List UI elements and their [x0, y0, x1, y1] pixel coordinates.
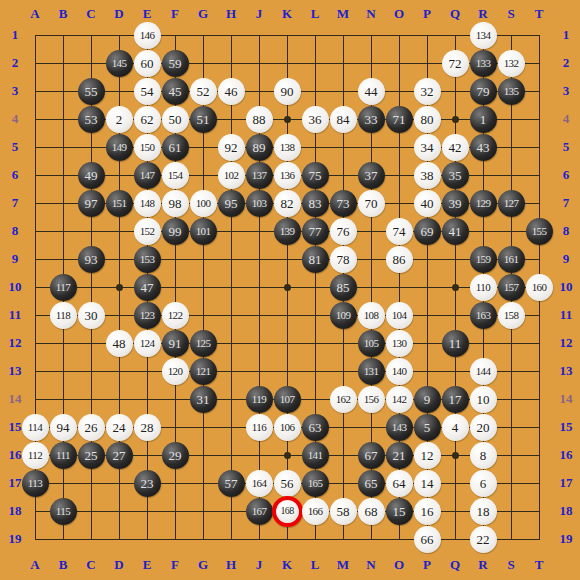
move-number: 106 [280, 422, 295, 433]
column-label-top-D: D [105, 7, 133, 21]
stone-O18[interactable]: 15 [386, 498, 413, 525]
stone-K14[interactable]: 107 [274, 386, 301, 413]
stone-E11[interactable]: 123 [134, 302, 161, 329]
stone-B11[interactable]: 118 [50, 302, 77, 329]
move-number: 150 [140, 142, 155, 153]
move-number: 161 [504, 254, 519, 265]
move-number: 141 [308, 450, 323, 461]
stone-R1[interactable]: 134 [470, 22, 497, 49]
move-number: 125 [196, 338, 211, 349]
stone-P8[interactable]: 69 [414, 218, 441, 245]
move-number: 54 [141, 85, 154, 98]
move-number: 100 [196, 198, 211, 209]
move-number: 55 [85, 85, 98, 98]
stone-F2[interactable]: 59 [162, 50, 189, 77]
stone-E10[interactable]: 47 [134, 274, 161, 301]
move-number: 134 [476, 30, 491, 41]
star-point-K10 [284, 284, 291, 291]
stone-O17[interactable]: 64 [386, 470, 413, 497]
stone-B10[interactable]: 117 [50, 274, 77, 301]
move-number: 39 [449, 197, 462, 210]
move-number: 34 [421, 141, 434, 154]
move-number: 77 [309, 225, 322, 238]
stone-R14[interactable]: 10 [470, 386, 497, 413]
move-number: 21 [393, 449, 406, 462]
stone-K15[interactable]: 106 [274, 414, 301, 441]
move-number: 146 [140, 30, 155, 41]
stone-L8[interactable]: 77 [302, 218, 329, 245]
move-number: 92 [225, 141, 238, 154]
stone-F16[interactable]: 29 [162, 442, 189, 469]
move-number: 82 [281, 197, 294, 210]
move-number: 31 [197, 393, 210, 406]
move-number: 118 [56, 310, 70, 321]
stone-S9[interactable]: 161 [498, 246, 525, 273]
stone-B16[interactable]: 111 [50, 442, 77, 469]
stone-B15[interactable]: 94 [50, 414, 77, 441]
move-number: 4 [452, 421, 459, 434]
stone-R7[interactable]: 129 [470, 190, 497, 217]
stone-D2[interactable]: 145 [106, 50, 133, 77]
column-label-bottom-N: N [357, 558, 385, 572]
stone-O12[interactable]: 130 [386, 330, 413, 357]
stone-E12[interactable]: 124 [134, 330, 161, 357]
column-label-bottom-J: J [245, 558, 273, 572]
stone-N17[interactable]: 65 [358, 470, 385, 497]
move-number: 44 [365, 85, 378, 98]
move-number: 73 [337, 197, 350, 210]
move-number: 136 [280, 170, 295, 181]
stone-R3[interactable]: 79 [470, 78, 497, 105]
stone-M11[interactable]: 109 [330, 302, 357, 329]
stone-G4[interactable]: 51 [190, 106, 217, 133]
column-label-bottom-T: T [525, 558, 553, 572]
column-label-top-M: M [329, 7, 357, 21]
stone-M18[interactable]: 58 [330, 498, 357, 525]
move-number: 62 [141, 113, 154, 126]
stone-E1[interactable]: 146 [134, 22, 161, 49]
stone-C3[interactable]: 55 [78, 78, 105, 105]
stone-F12[interactable]: 91 [162, 330, 189, 357]
move-number: 165 [308, 478, 323, 489]
move-number: 25 [85, 449, 98, 462]
move-number: 37 [365, 169, 378, 182]
row-label-right-19: 19 [552, 532, 580, 546]
move-number: 123 [140, 310, 155, 321]
move-number: 18 [477, 505, 490, 518]
column-label-bottom-S: S [497, 558, 525, 572]
star-point-D10 [116, 284, 123, 291]
column-label-bottom-O: O [385, 558, 413, 572]
stone-F3[interactable]: 45 [162, 78, 189, 105]
move-number: 94 [57, 421, 70, 434]
row-label-right-3: 3 [552, 84, 580, 98]
stone-D16[interactable]: 27 [106, 442, 133, 469]
stone-N11[interactable]: 108 [358, 302, 385, 329]
stone-O16[interactable]: 21 [386, 442, 413, 469]
move-number: 153 [140, 254, 155, 265]
stone-J5[interactable]: 89 [246, 134, 273, 161]
move-number: 113 [28, 478, 42, 489]
stone-Q14[interactable]: 17 [442, 386, 469, 413]
stone-K6[interactable]: 136 [274, 162, 301, 189]
stone-R9[interactable]: 159 [470, 246, 497, 273]
move-number: 114 [28, 422, 42, 433]
move-number: 97 [85, 197, 98, 210]
move-number: 120 [168, 366, 183, 377]
star-point-Q4 [452, 116, 459, 123]
stone-K5[interactable]: 138 [274, 134, 301, 161]
stone-K17[interactable]: 56 [274, 470, 301, 497]
stone-G12[interactable]: 125 [190, 330, 217, 357]
stone-M9[interactable]: 78 [330, 246, 357, 273]
move-number: 168 [280, 506, 293, 516]
stone-H7[interactable]: 95 [218, 190, 245, 217]
move-number: 101 [196, 226, 211, 237]
stone-E8[interactable]: 152 [134, 218, 161, 245]
stone-E3[interactable]: 54 [134, 78, 161, 105]
move-number: 10 [477, 393, 490, 406]
stone-J15[interactable]: 116 [246, 414, 273, 441]
move-number: 140 [392, 366, 407, 377]
move-number: 143 [392, 422, 407, 433]
move-number: 111 [56, 450, 70, 461]
stone-A17[interactable]: 113 [22, 470, 49, 497]
stone-Q6[interactable]: 35 [442, 162, 469, 189]
stone-L15[interactable]: 63 [302, 414, 329, 441]
move-number: 148 [140, 198, 155, 209]
stone-N18[interactable]: 68 [358, 498, 385, 525]
move-number: 23 [141, 477, 154, 490]
move-number: 75 [309, 169, 322, 182]
move-number: 51 [197, 113, 210, 126]
move-number: 88 [253, 113, 266, 126]
move-number: 129 [476, 198, 491, 209]
stone-J18[interactable]: 167 [246, 498, 273, 525]
stone-P14[interactable]: 9 [414, 386, 441, 413]
stone-O8[interactable]: 74 [386, 218, 413, 245]
move-number: 22 [477, 533, 490, 546]
stone-D5[interactable]: 149 [106, 134, 133, 161]
stone-K8[interactable]: 139 [274, 218, 301, 245]
stone-N14[interactable]: 156 [358, 386, 385, 413]
stone-L4[interactable]: 36 [302, 106, 329, 133]
stone-M4[interactable]: 84 [330, 106, 357, 133]
stone-K7[interactable]: 82 [274, 190, 301, 217]
stone-G3[interactable]: 52 [190, 78, 217, 105]
stone-R17[interactable]: 6 [470, 470, 497, 497]
stone-M14[interactable]: 162 [330, 386, 357, 413]
stone-H17[interactable]: 57 [218, 470, 245, 497]
stone-N16[interactable]: 67 [358, 442, 385, 469]
stone-E6[interactable]: 147 [134, 162, 161, 189]
column-label-bottom-M: M [329, 558, 357, 572]
move-number: 15 [393, 505, 406, 518]
stone-R10[interactable]: 110 [470, 274, 497, 301]
stone-A15[interactable]: 114 [22, 414, 49, 441]
move-number: 115 [56, 506, 70, 517]
stone-H6[interactable]: 102 [218, 162, 245, 189]
stone-C11[interactable]: 30 [78, 302, 105, 329]
move-number: 56 [281, 477, 294, 490]
stone-M10[interactable]: 85 [330, 274, 357, 301]
stone-F5[interactable]: 61 [162, 134, 189, 161]
stone-L18[interactable]: 166 [302, 498, 329, 525]
move-number: 127 [504, 198, 519, 209]
move-number: 52 [197, 85, 210, 98]
stone-C15[interactable]: 26 [78, 414, 105, 441]
stone-R4[interactable]: 1 [470, 106, 497, 133]
move-number: 85 [337, 281, 350, 294]
stone-N7[interactable]: 70 [358, 190, 385, 217]
move-number: 119 [252, 394, 266, 405]
move-number: 47 [141, 281, 154, 294]
stone-P18[interactable]: 16 [414, 498, 441, 525]
stone-G7[interactable]: 100 [190, 190, 217, 217]
move-number: 160 [532, 282, 547, 293]
move-number: 139 [280, 226, 295, 237]
stone-D15[interactable]: 24 [106, 414, 133, 441]
column-label-bottom-L: L [301, 558, 329, 572]
stone-B18[interactable]: 115 [50, 498, 77, 525]
stone-Q2[interactable]: 72 [442, 50, 469, 77]
move-number: 81 [309, 253, 322, 266]
move-number: 43 [477, 141, 490, 154]
stone-G14[interactable]: 31 [190, 386, 217, 413]
move-number: 95 [225, 197, 238, 210]
move-number: 63 [309, 421, 322, 434]
stone-O15[interactable]: 143 [386, 414, 413, 441]
stone-R13[interactable]: 144 [470, 358, 497, 385]
move-number: 72 [449, 57, 462, 70]
move-number: 79 [477, 85, 490, 98]
column-label-bottom-R: R [469, 558, 497, 572]
stone-P6[interactable]: 38 [414, 162, 441, 189]
stone-P15[interactable]: 5 [414, 414, 441, 441]
stone-C7[interactable]: 97 [78, 190, 105, 217]
stone-L6[interactable]: 75 [302, 162, 329, 189]
stone-P3[interactable]: 32 [414, 78, 441, 105]
move-number: 70 [365, 197, 378, 210]
move-number: 20 [477, 421, 490, 434]
move-number: 135 [504, 86, 519, 97]
stone-E5[interactable]: 150 [134, 134, 161, 161]
stone-K3[interactable]: 90 [274, 78, 301, 105]
stone-F13[interactable]: 120 [162, 358, 189, 385]
stone-J17[interactable]: 164 [246, 470, 273, 497]
stone-O9[interactable]: 86 [386, 246, 413, 273]
column-label-top-G: G [189, 7, 217, 21]
move-number: 137 [252, 170, 267, 181]
stone-N12[interactable]: 105 [358, 330, 385, 357]
move-number: 42 [449, 141, 462, 154]
stone-R11[interactable]: 163 [470, 302, 497, 329]
stone-Q5[interactable]: 42 [442, 134, 469, 161]
stone-P19[interactable]: 66 [414, 526, 441, 553]
row-label-right-8: 8 [552, 224, 580, 238]
stone-H3[interactable]: 46 [218, 78, 245, 105]
stone-H5[interactable]: 92 [218, 134, 245, 161]
stone-R2[interactable]: 133 [470, 50, 497, 77]
move-number: 147 [140, 170, 155, 181]
row-label-right-14: 14 [552, 392, 580, 406]
move-number: 93 [85, 253, 98, 266]
move-number: 38 [421, 169, 434, 182]
row-label-right-18: 18 [552, 504, 580, 518]
move-number: 117 [56, 282, 70, 293]
stone-E15[interactable]: 28 [134, 414, 161, 441]
stone-C9[interactable]: 93 [78, 246, 105, 273]
column-label-bottom-H: H [217, 558, 245, 572]
move-number: 71 [393, 113, 406, 126]
stone-J14[interactable]: 119 [246, 386, 273, 413]
row-label-right-11: 11 [552, 308, 580, 322]
move-number: 11 [449, 337, 462, 350]
stone-O13[interactable]: 140 [386, 358, 413, 385]
stone-J6[interactable]: 137 [246, 162, 273, 189]
move-number: 108 [364, 310, 379, 321]
move-number: 5 [424, 421, 431, 434]
stone-C4[interactable]: 53 [78, 106, 105, 133]
column-label-bottom-Q: Q [441, 558, 469, 572]
stone-F6[interactable]: 154 [162, 162, 189, 189]
move-number: 60 [141, 57, 154, 70]
move-number: 16 [421, 505, 434, 518]
stone-J4[interactable]: 88 [246, 106, 273, 133]
move-number: 142 [392, 394, 407, 405]
row-label-right-12: 12 [552, 336, 580, 350]
row-label-right-15: 15 [552, 420, 580, 434]
stone-R5[interactable]: 43 [470, 134, 497, 161]
move-number: 105 [364, 338, 379, 349]
move-number: 24 [113, 421, 126, 434]
stone-C6[interactable]: 49 [78, 162, 105, 189]
move-number: 154 [168, 170, 183, 181]
stone-S3[interactable]: 135 [498, 78, 525, 105]
stone-S10[interactable]: 157 [498, 274, 525, 301]
move-number: 122 [168, 310, 183, 321]
move-number: 151 [112, 198, 127, 209]
move-number: 65 [365, 477, 378, 490]
move-number: 14 [421, 477, 434, 490]
move-number: 67 [365, 449, 378, 462]
stone-P7[interactable]: 40 [414, 190, 441, 217]
stone-A16[interactable]: 112 [22, 442, 49, 469]
stone-S11[interactable]: 158 [498, 302, 525, 329]
move-number: 98 [169, 197, 182, 210]
move-number: 130 [392, 338, 407, 349]
column-label-bottom-B: B [49, 558, 77, 572]
row-label-right-9: 9 [552, 252, 580, 266]
stone-F11[interactable]: 122 [162, 302, 189, 329]
stone-E2[interactable]: 60 [134, 50, 161, 77]
stone-M8[interactable]: 76 [330, 218, 357, 245]
stone-M7[interactable]: 73 [330, 190, 357, 217]
stone-F4[interactable]: 50 [162, 106, 189, 133]
stone-P5[interactable]: 34 [414, 134, 441, 161]
stone-P4[interactable]: 80 [414, 106, 441, 133]
stone-D7[interactable]: 151 [106, 190, 133, 217]
stone-J7[interactable]: 103 [246, 190, 273, 217]
move-number: 48 [113, 337, 126, 350]
stone-R19[interactable]: 22 [470, 526, 497, 553]
stone-S2[interactable]: 132 [498, 50, 525, 77]
stone-E7[interactable]: 148 [134, 190, 161, 217]
column-label-top-T: T [525, 7, 553, 21]
column-label-top-O: O [385, 7, 413, 21]
stone-O11[interactable]: 104 [386, 302, 413, 329]
move-number: 99 [169, 225, 182, 238]
stone-R15[interactable]: 20 [470, 414, 497, 441]
move-number: 144 [476, 366, 491, 377]
stone-O14[interactable]: 142 [386, 386, 413, 413]
stone-C16[interactable]: 25 [78, 442, 105, 469]
move-number: 131 [364, 366, 379, 377]
stone-N13[interactable]: 131 [358, 358, 385, 385]
stone-R18[interactable]: 18 [470, 498, 497, 525]
move-number: 27 [113, 449, 126, 462]
stone-L9[interactable]: 81 [302, 246, 329, 273]
stone-T8[interactable]: 155 [526, 218, 553, 245]
row-label-right-6: 6 [552, 168, 580, 182]
move-number: 78 [337, 253, 350, 266]
move-number: 107 [280, 394, 295, 405]
stone-T10[interactable]: 160 [526, 274, 553, 301]
move-number: 112 [28, 450, 42, 461]
stone-K18-last-move[interactable]: 168 [272, 496, 303, 527]
column-label-top-A: A [21, 7, 49, 21]
stone-L7[interactable]: 83 [302, 190, 329, 217]
move-number: 1 [480, 113, 487, 126]
move-number: 109 [336, 310, 351, 321]
stone-F7[interactable]: 98 [162, 190, 189, 217]
stone-L16[interactable]: 141 [302, 442, 329, 469]
stone-G8[interactable]: 101 [190, 218, 217, 245]
stone-E4[interactable]: 62 [134, 106, 161, 133]
stone-R16[interactable]: 8 [470, 442, 497, 469]
column-label-top-C: C [77, 7, 105, 21]
stone-O4[interactable]: 71 [386, 106, 413, 133]
stone-Q12[interactable]: 11 [442, 330, 469, 357]
stone-S7[interactable]: 127 [498, 190, 525, 217]
stone-E9[interactable]: 153 [134, 246, 161, 273]
stone-G13[interactable]: 121 [190, 358, 217, 385]
stone-N4[interactable]: 33 [358, 106, 385, 133]
stone-N3[interactable]: 44 [358, 78, 385, 105]
stone-Q7[interactable]: 39 [442, 190, 469, 217]
go-board: AABBCCDDEEFFGGHHJJKKLLMMNNOOPPQQRRSSTT11… [0, 0, 580, 580]
move-number: 68 [365, 505, 378, 518]
stone-D12[interactable]: 48 [106, 330, 133, 357]
move-number: 17 [449, 393, 462, 406]
stone-P17[interactable]: 14 [414, 470, 441, 497]
column-label-top-E: E [133, 7, 161, 21]
column-label-top-Q: Q [441, 7, 469, 21]
stone-Q15[interactable]: 4 [442, 414, 469, 441]
stone-L17[interactable]: 165 [302, 470, 329, 497]
move-number: 40 [421, 197, 434, 210]
move-number: 32 [421, 85, 434, 98]
column-label-top-S: S [497, 7, 525, 21]
stone-Q8[interactable]: 41 [442, 218, 469, 245]
stone-F8[interactable]: 99 [162, 218, 189, 245]
stone-D4[interactable]: 2 [106, 106, 133, 133]
stone-P16[interactable]: 12 [414, 442, 441, 469]
stone-E17[interactable]: 23 [134, 470, 161, 497]
stone-N6[interactable]: 37 [358, 162, 385, 189]
move-number: 61 [169, 141, 182, 154]
column-label-top-L: L [301, 7, 329, 21]
